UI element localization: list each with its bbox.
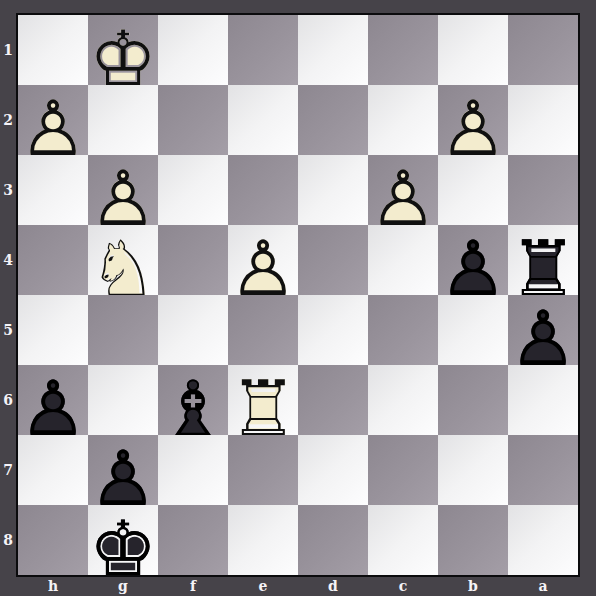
white-pawn-glyph-outline: ♙︎ (228, 234, 298, 304)
white-knight-glyph-fill: ♞︎ (88, 234, 158, 304)
white-king-glyph-fill: ♚︎ (88, 24, 158, 94)
file-label-c: c (399, 578, 408, 594)
black-bishop[interactable]: ♝︎♗︎ (158, 365, 228, 435)
black-pawn[interactable]: ♟︎♙︎ (18, 365, 88, 435)
square-d7[interactable] (298, 435, 368, 505)
file-label-g: g (118, 578, 128, 594)
black-king-glyph-fill: ♚︎ (88, 514, 158, 584)
square-f8[interactable] (158, 505, 228, 575)
white-pawn-glyph-fill: ♟︎ (18, 94, 88, 164)
square-d3[interactable] (298, 155, 368, 225)
square-c6[interactable] (368, 365, 438, 435)
file-label-h: h (48, 578, 58, 594)
square-f7[interactable] (158, 435, 228, 505)
square-d1[interactable] (298, 15, 368, 85)
white-pawn-glyph-outline: ♙︎ (368, 164, 438, 234)
white-pawn-glyph-outline: ♙︎ (88, 164, 158, 234)
white-pawn-glyph-fill: ♟︎ (368, 164, 438, 234)
black-bishop-glyph-fill: ♝︎ (158, 374, 228, 444)
square-f4[interactable] (158, 225, 228, 295)
black-bishop-glyph-outline: ♗︎ (158, 374, 228, 444)
black-rook-glyph-outline: ♖︎ (508, 234, 578, 304)
square-f3[interactable] (158, 155, 228, 225)
square-b5[interactable] (438, 295, 508, 365)
square-h3[interactable] (18, 155, 88, 225)
square-a6[interactable] (508, 365, 578, 435)
square-c1[interactable] (368, 15, 438, 85)
square-a4[interactable]: ♜︎♖︎ (508, 225, 578, 295)
white-pawn[interactable]: ♟︎♙︎ (88, 155, 158, 225)
black-rook-glyph-fill: ♜︎ (508, 234, 578, 304)
rank-label-4: 4 (3, 252, 13, 268)
rank-label-3: 3 (3, 182, 13, 198)
square-h2[interactable]: ♟︎♙︎ (18, 85, 88, 155)
square-e1[interactable] (228, 15, 298, 85)
square-h1[interactable] (18, 15, 88, 85)
square-f6[interactable]: ♝︎♗︎ (158, 365, 228, 435)
square-c8[interactable] (368, 505, 438, 575)
square-c7[interactable] (368, 435, 438, 505)
black-pawn-glyph-fill: ♟︎ (438, 234, 508, 304)
white-pawn-glyph-outline: ♙︎ (438, 94, 508, 164)
rank-label-7: 7 (3, 462, 13, 478)
square-c5[interactable] (368, 295, 438, 365)
rank-label-2: 2 (3, 112, 13, 128)
white-pawn-glyph-fill: ♟︎ (88, 164, 158, 234)
square-d2[interactable] (298, 85, 368, 155)
file-label-e: e (259, 578, 268, 594)
square-c2[interactable] (368, 85, 438, 155)
square-e3[interactable] (228, 155, 298, 225)
square-g4[interactable]: ♞︎♘︎ (88, 225, 158, 295)
square-h5[interactable] (18, 295, 88, 365)
white-king[interactable]: ♚︎♔︎ (88, 15, 158, 85)
square-a1[interactable] (508, 15, 578, 85)
white-pawn-glyph-fill: ♟︎ (228, 234, 298, 304)
square-b6[interactable] (438, 365, 508, 435)
chessboard-frame: ♚︎♔︎♟︎♙︎♟︎♙︎♟︎♙︎♟︎♙︎♞︎♘︎♟︎♙︎♟︎♙︎♜︎♖︎♟︎♙︎… (0, 0, 596, 596)
square-g5[interactable] (88, 295, 158, 365)
white-rook[interactable]: ♜︎♖︎ (228, 365, 298, 435)
square-g6[interactable] (88, 365, 158, 435)
square-b7[interactable] (438, 435, 508, 505)
white-pawn-glyph-outline: ♙︎ (18, 94, 88, 164)
square-g8[interactable]: ♚︎♔︎ (88, 505, 158, 575)
file-label-a: a (538, 578, 547, 594)
white-pawn[interactable]: ♟︎♙︎ (438, 85, 508, 155)
square-b3[interactable] (438, 155, 508, 225)
square-e6[interactable]: ♜︎♖︎ (228, 365, 298, 435)
square-a7[interactable] (508, 435, 578, 505)
square-b4[interactable]: ♟︎♙︎ (438, 225, 508, 295)
file-label-f: f (190, 578, 196, 594)
black-pawn[interactable]: ♟︎♙︎ (88, 435, 158, 505)
square-e4[interactable]: ♟︎♙︎ (228, 225, 298, 295)
white-knight-glyph-outline: ♘︎ (88, 234, 158, 304)
black-pawn[interactable]: ♟︎♙︎ (508, 295, 578, 365)
white-pawn[interactable]: ♟︎♙︎ (368, 155, 438, 225)
white-knight[interactable]: ♞︎♘︎ (88, 225, 158, 295)
file-label-b: b (468, 578, 478, 594)
square-d4[interactable] (298, 225, 368, 295)
black-pawn[interactable]: ♟︎♙︎ (438, 225, 508, 295)
square-a3[interactable] (508, 155, 578, 225)
square-d5[interactable] (298, 295, 368, 365)
square-g7[interactable]: ♟︎♙︎ (88, 435, 158, 505)
square-a2[interactable] (508, 85, 578, 155)
black-pawn-glyph-fill: ♟︎ (18, 374, 88, 444)
square-h4[interactable] (18, 225, 88, 295)
black-king-glyph-outline: ♔︎ (88, 514, 158, 584)
square-e8[interactable] (228, 505, 298, 575)
black-pawn-glyph-outline: ♙︎ (438, 234, 508, 304)
board: ♚︎♔︎♟︎♙︎♟︎♙︎♟︎♙︎♟︎♙︎♞︎♘︎♟︎♙︎♟︎♙︎♜︎♖︎♟︎♙︎… (16, 13, 580, 577)
rank-label-8: 8 (3, 532, 13, 548)
rank-label-1: 1 (3, 42, 13, 58)
square-h8[interactable] (18, 505, 88, 575)
square-b2[interactable]: ♟︎♙︎ (438, 85, 508, 155)
rank-label-5: 5 (3, 322, 13, 338)
square-f5[interactable] (158, 295, 228, 365)
square-h7[interactable] (18, 435, 88, 505)
white-king-glyph-outline: ♔︎ (88, 24, 158, 94)
black-king[interactable]: ♚︎♔︎ (88, 505, 158, 575)
file-label-d: d (328, 578, 338, 594)
square-b8[interactable] (438, 505, 508, 575)
square-b1[interactable] (438, 15, 508, 85)
square-h6[interactable]: ♟︎♙︎ (18, 365, 88, 435)
white-pawn[interactable]: ♟︎♙︎ (228, 225, 298, 295)
square-g2[interactable] (88, 85, 158, 155)
black-pawn-glyph-outline: ♙︎ (18, 374, 88, 444)
black-pawn-glyph-outline: ♙︎ (88, 444, 158, 514)
square-c4[interactable] (368, 225, 438, 295)
black-rook[interactable]: ♜︎♖︎ (508, 225, 578, 295)
square-e7[interactable] (228, 435, 298, 505)
square-e2[interactable] (228, 85, 298, 155)
square-a5[interactable]: ♟︎♙︎ (508, 295, 578, 365)
square-d6[interactable] (298, 365, 368, 435)
black-pawn-glyph-fill: ♟︎ (508, 304, 578, 374)
black-pawn-glyph-fill: ♟︎ (88, 444, 158, 514)
square-a8[interactable] (508, 505, 578, 575)
black-pawn-glyph-outline: ♙︎ (508, 304, 578, 374)
square-g3[interactable]: ♟︎♙︎ (88, 155, 158, 225)
square-d8[interactable] (298, 505, 368, 575)
white-rook-glyph-fill: ♜︎ (228, 374, 298, 444)
white-pawn-glyph-fill: ♟︎ (438, 94, 508, 164)
square-e5[interactable] (228, 295, 298, 365)
square-c3[interactable]: ♟︎♙︎ (368, 155, 438, 225)
white-rook-glyph-outline: ♖︎ (228, 374, 298, 444)
white-pawn[interactable]: ♟︎♙︎ (18, 85, 88, 155)
square-f2[interactable] (158, 85, 228, 155)
square-g1[interactable]: ♚︎♔︎ (88, 15, 158, 85)
square-f1[interactable] (158, 15, 228, 85)
rank-label-6: 6 (3, 392, 13, 408)
